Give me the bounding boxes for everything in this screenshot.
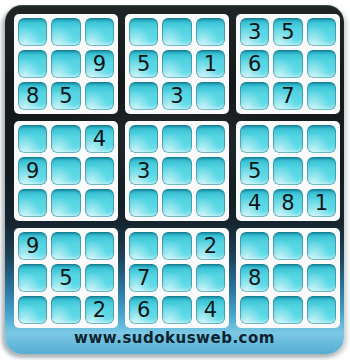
cell-r8c1[interactable] [18, 264, 47, 292]
cell-r6c9[interactable]: 1 [307, 189, 336, 217]
cell-r2c3[interactable]: 9 [85, 50, 114, 78]
cell-r8c2[interactable]: 5 [51, 264, 80, 292]
cell-r8c5[interactable] [162, 264, 191, 292]
cell-value: 7 [281, 85, 294, 107]
cell-r1c1[interactable] [18, 18, 47, 46]
sudoku-page: 9855133567493548195227648 www.sudokusweb… [0, 0, 350, 360]
site-url[interactable]: www.sudokusweb.com [5, 329, 344, 347]
cell-value: 4 [204, 299, 217, 321]
cell-r5c8[interactable] [273, 157, 302, 185]
cell-r1c8[interactable]: 5 [273, 18, 302, 46]
sudoku-box-3: 3567 [236, 14, 340, 114]
cell-r3c6[interactable] [196, 82, 225, 110]
cell-value: 4 [93, 128, 106, 150]
cell-r8c7[interactable]: 8 [240, 264, 269, 292]
cell-r9c5[interactable] [162, 296, 191, 324]
cell-value: 5 [59, 85, 72, 107]
board-frame: 9855133567493548195227648 www.sudokusweb… [5, 5, 344, 354]
cell-r3c7[interactable] [240, 82, 269, 110]
cell-r7c6[interactable]: 2 [196, 232, 225, 260]
cell-r9c2[interactable] [51, 296, 80, 324]
cell-r5c2[interactable] [51, 157, 80, 185]
sudoku-board: 9855133567493548195227648 [14, 14, 340, 328]
cell-r2c8[interactable] [273, 50, 302, 78]
cell-r7c1[interactable]: 9 [18, 232, 47, 260]
cell-r3c1[interactable]: 8 [18, 82, 47, 110]
sudoku-box-5: 3 [125, 121, 229, 221]
sudoku-box-1: 985 [14, 14, 118, 114]
cell-r6c3[interactable] [85, 189, 114, 217]
cell-value: 7 [137, 267, 150, 289]
cell-r6c4[interactable] [129, 189, 158, 217]
cell-r5c7[interactable]: 5 [240, 157, 269, 185]
cell-r1c3[interactable] [85, 18, 114, 46]
cell-value: 8 [26, 85, 39, 107]
cell-value: 1 [204, 53, 217, 75]
cell-r3c2[interactable]: 5 [51, 82, 80, 110]
cell-r8c8[interactable] [273, 264, 302, 292]
cell-r9c1[interactable] [18, 296, 47, 324]
cell-r2c9[interactable] [307, 50, 336, 78]
cell-r9c4[interactable]: 6 [129, 296, 158, 324]
cell-value: 2 [93, 299, 106, 321]
cell-r6c8[interactable]: 8 [273, 189, 302, 217]
cell-r9c8[interactable] [273, 296, 302, 324]
cell-r1c6[interactable] [196, 18, 225, 46]
cell-r6c1[interactable] [18, 189, 47, 217]
cell-value: 5 [59, 267, 72, 289]
cell-value: 8 [248, 267, 261, 289]
sudoku-box-4: 49 [14, 121, 118, 221]
cell-value: 1 [315, 192, 328, 214]
cell-r6c5[interactable] [162, 189, 191, 217]
cell-r2c1[interactable] [18, 50, 47, 78]
cell-value: 5 [137, 53, 150, 75]
cell-r7c7[interactable] [240, 232, 269, 260]
cell-r1c2[interactable] [51, 18, 80, 46]
cell-value: 9 [26, 160, 39, 182]
cell-r7c9[interactable] [307, 232, 336, 260]
cell-value: 5 [248, 160, 261, 182]
cell-r6c2[interactable] [51, 189, 80, 217]
cell-r5c5[interactable] [162, 157, 191, 185]
sudoku-box-6: 5481 [236, 121, 340, 221]
cell-r7c3[interactable] [85, 232, 114, 260]
cell-r5c1[interactable]: 9 [18, 157, 47, 185]
cell-value: 3 [170, 85, 183, 107]
cell-r8c4[interactable]: 7 [129, 264, 158, 292]
cell-r2c7[interactable]: 6 [240, 50, 269, 78]
sudoku-box-2: 513 [125, 14, 229, 114]
cell-r2c5[interactable] [162, 50, 191, 78]
cell-r4c1[interactable] [18, 125, 47, 153]
cell-r9c7[interactable] [240, 296, 269, 324]
cell-r3c4[interactable] [129, 82, 158, 110]
cell-r3c3[interactable] [85, 82, 114, 110]
cell-r4c3[interactable]: 4 [85, 125, 114, 153]
cell-r7c4[interactable] [129, 232, 158, 260]
cell-r1c9[interactable] [307, 18, 336, 46]
cell-r3c9[interactable] [307, 82, 336, 110]
cell-value: 6 [248, 53, 261, 75]
cell-value: 9 [26, 235, 39, 257]
sudoku-box-7: 952 [14, 228, 118, 328]
cell-r8c9[interactable] [307, 264, 336, 292]
cell-value: 2 [204, 235, 217, 257]
cell-r2c6[interactable]: 1 [196, 50, 225, 78]
cell-r5c4[interactable]: 3 [129, 157, 158, 185]
cell-r7c8[interactable] [273, 232, 302, 260]
cell-r6c7[interactable]: 4 [240, 189, 269, 217]
cell-r4c9[interactable] [307, 125, 336, 153]
cell-r9c6[interactable]: 4 [196, 296, 225, 324]
cell-value: 9 [93, 53, 106, 75]
cell-r2c4[interactable]: 5 [129, 50, 158, 78]
sudoku-box-8: 2764 [125, 228, 229, 328]
cell-r3c8[interactable]: 7 [273, 82, 302, 110]
cell-value: 4 [248, 192, 261, 214]
cell-r2c2[interactable] [51, 50, 80, 78]
cell-r5c9[interactable] [307, 157, 336, 185]
cell-value: 8 [281, 192, 294, 214]
cell-r9c3[interactable]: 2 [85, 296, 114, 324]
cell-r4c6[interactable] [196, 125, 225, 153]
cell-r5c3[interactable] [85, 157, 114, 185]
cell-r1c7[interactable]: 3 [240, 18, 269, 46]
cell-r6c6[interactable] [196, 189, 225, 217]
cell-r4c7[interactable] [240, 125, 269, 153]
cell-r1c4[interactable] [129, 18, 158, 46]
cell-value: 3 [137, 160, 150, 182]
cell-r3c5[interactable]: 3 [162, 82, 191, 110]
cell-r4c4[interactable] [129, 125, 158, 153]
cell-r7c2[interactable] [51, 232, 80, 260]
cell-r4c8[interactable] [273, 125, 302, 153]
cell-value: 3 [248, 21, 261, 43]
cell-r4c5[interactable] [162, 125, 191, 153]
sudoku-box-9: 8 [236, 228, 340, 328]
cell-r5c6[interactable] [196, 157, 225, 185]
cell-value: 6 [137, 299, 150, 321]
cell-r7c5[interactable] [162, 232, 191, 260]
cell-r9c9[interactable] [307, 296, 336, 324]
cell-r8c6[interactable] [196, 264, 225, 292]
cell-value: 5 [281, 21, 294, 43]
cell-r1c5[interactable] [162, 18, 191, 46]
cell-r4c2[interactable] [51, 125, 80, 153]
cell-r8c3[interactable] [85, 264, 114, 292]
